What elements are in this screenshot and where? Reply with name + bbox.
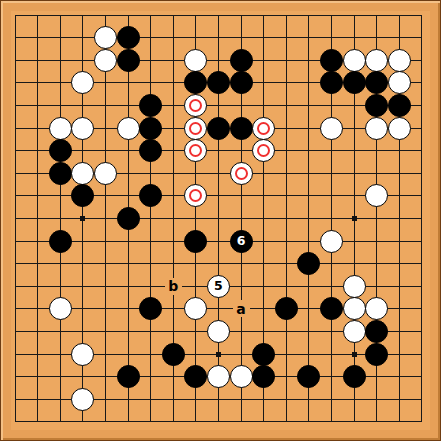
stone-white[interactable]: [365, 117, 388, 140]
stone-white[interactable]: [365, 297, 388, 320]
stone-black[interactable]: [49, 162, 72, 185]
stone-black[interactable]: [207, 71, 230, 94]
stone-white[interactable]: [71, 117, 94, 140]
go-board[interactable]: 65ab: [1, 1, 440, 440]
grid-line-horizontal: [15, 218, 423, 219]
stone-black[interactable]: [139, 117, 162, 140]
stone-white[interactable]: 5: [207, 275, 230, 298]
go-diagram: 65ab: [0, 0, 441, 441]
stone-white[interactable]: [252, 117, 275, 140]
stone-white[interactable]: [343, 275, 366, 298]
grid-line-vertical: [286, 15, 287, 423]
stone-black[interactable]: [49, 230, 72, 253]
stone-black[interactable]: [117, 49, 140, 72]
stone-black[interactable]: [388, 94, 411, 117]
stone-black[interactable]: [275, 297, 298, 320]
stone-black[interactable]: [320, 297, 343, 320]
stone-black[interactable]: [49, 139, 72, 162]
stone-black[interactable]: [252, 343, 275, 366]
stone-black[interactable]: [365, 71, 388, 94]
stone-white[interactable]: [207, 365, 230, 388]
stone-black[interactable]: [117, 365, 140, 388]
stone-black[interactable]: [365, 343, 388, 366]
stone-black[interactable]: [365, 94, 388, 117]
grid-line-horizontal: [15, 263, 423, 264]
stone-black[interactable]: [117, 26, 140, 49]
stone-black[interactable]: [139, 184, 162, 207]
stone-white[interactable]: [71, 343, 94, 366]
stone-white[interactable]: [207, 320, 230, 343]
star-point: [80, 216, 85, 221]
stone-black[interactable]: [365, 320, 388, 343]
stone-black[interactable]: [71, 184, 94, 207]
stone-white[interactable]: [388, 71, 411, 94]
stone-white[interactable]: [230, 365, 253, 388]
stone-black[interactable]: [139, 94, 162, 117]
stone-white[interactable]: [343, 297, 366, 320]
stone-white[interactable]: [49, 297, 72, 320]
stone-black[interactable]: [184, 230, 207, 253]
grid-line-vertical: [308, 15, 309, 423]
stone-white[interactable]: [71, 388, 94, 411]
stone-black[interactable]: [297, 252, 320, 275]
stone-black[interactable]: [320, 49, 343, 72]
stone-white[interactable]: [343, 320, 366, 343]
stone-black[interactable]: [139, 139, 162, 162]
stone-black[interactable]: [139, 297, 162, 320]
stone-white[interactable]: [184, 94, 207, 117]
stone-black[interactable]: [320, 71, 343, 94]
stone-black[interactable]: 6: [230, 230, 253, 253]
stone-white[interactable]: [184, 139, 207, 162]
stone-white[interactable]: [252, 139, 275, 162]
stone-black[interactable]: [117, 207, 140, 230]
go-board-frame: 65ab: [0, 0, 441, 441]
stone-black[interactable]: [343, 365, 366, 388]
stone-white[interactable]: [320, 230, 343, 253]
star-point: [352, 352, 357, 357]
stone-black[interactable]: [297, 365, 320, 388]
stone-number: 5: [214, 280, 223, 293]
circle-mark: [235, 167, 248, 180]
stone-white[interactable]: [184, 117, 207, 140]
stone-white[interactable]: [388, 117, 411, 140]
circle-mark: [189, 144, 202, 157]
stone-white[interactable]: [184, 49, 207, 72]
stone-white[interactable]: [71, 162, 94, 185]
circle-mark: [189, 99, 202, 112]
stone-black[interactable]: [162, 343, 185, 366]
circle-mark: [189, 122, 202, 135]
star-point: [352, 216, 357, 221]
stone-white[interactable]: [184, 184, 207, 207]
stone-black[interactable]: [252, 365, 275, 388]
stone-black[interactable]: [184, 365, 207, 388]
stone-white[interactable]: [184, 297, 207, 320]
grid-line-horizontal: [15, 421, 423, 422]
circle-mark: [257, 122, 270, 135]
circle-mark: [189, 189, 202, 202]
stone-white[interactable]: [94, 162, 117, 185]
stone-white[interactable]: [365, 49, 388, 72]
circle-mark: [257, 144, 270, 157]
stone-black[interactable]: [230, 49, 253, 72]
stone-white[interactable]: [230, 162, 253, 185]
grid-line-vertical: [421, 15, 422, 423]
stone-white[interactable]: [343, 49, 366, 72]
stone-number: 6: [237, 235, 246, 248]
grid-line-horizontal: [15, 241, 423, 242]
letter-annotation-a: a: [233, 300, 250, 317]
stone-white[interactable]: [94, 26, 117, 49]
stone-white[interactable]: [320, 117, 343, 140]
stone-white[interactable]: [71, 71, 94, 94]
stone-black[interactable]: [230, 71, 253, 94]
stone-black[interactable]: [230, 117, 253, 140]
stone-white[interactable]: [388, 49, 411, 72]
stone-white[interactable]: [365, 184, 388, 207]
stone-white[interactable]: [117, 117, 140, 140]
letter-annotation-b: b: [165, 278, 182, 295]
stone-black[interactable]: [184, 71, 207, 94]
star-point: [216, 352, 221, 357]
stone-white[interactable]: [49, 117, 72, 140]
stone-white[interactable]: [94, 49, 117, 72]
stone-black[interactable]: [343, 71, 366, 94]
stone-black[interactable]: [207, 117, 230, 140]
